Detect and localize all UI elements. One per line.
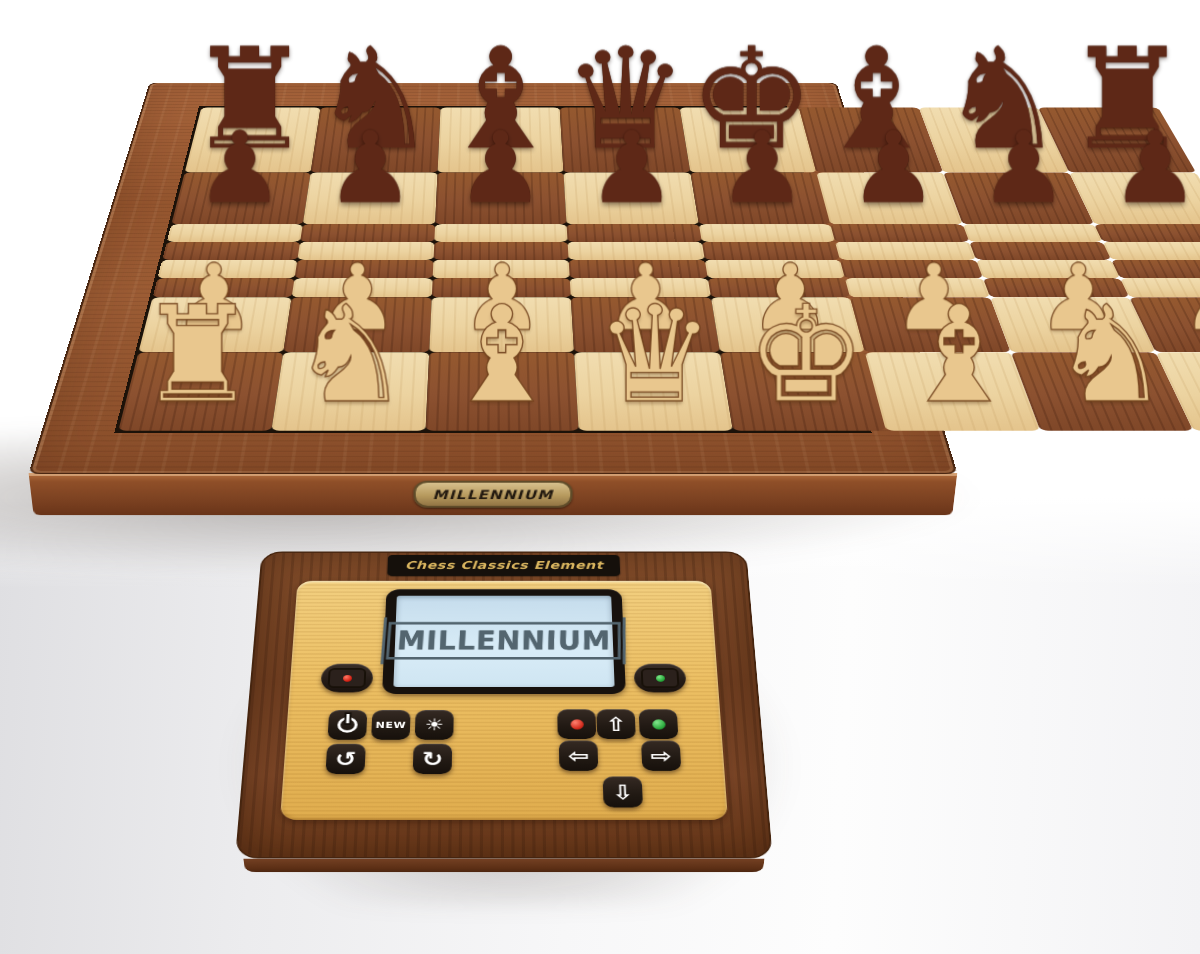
piece-white-pawn-h2[interactable]: ♟ [1181, 255, 1200, 340]
piece-black-pawn-g7[interactable]: ♟ [980, 123, 1069, 214]
piece-white-knight-g1[interactable]: ♞ [1051, 294, 1171, 417]
console-front-edge [243, 859, 764, 873]
square-e6[interactable] [699, 224, 836, 242]
piece-white-king-e1[interactable]: ♚ [747, 294, 867, 417]
square-b6[interactable] [301, 224, 436, 242]
product-scene: ♜♞♝♛♚♝♞♜♟♟♟♟♟♟♟♟♟♟♟♟♟♟♟♟♜♞♝♛♚♝♞♜ MILLENN… [0, 0, 1200, 954]
piece-white-knight-b1[interactable]: ♞ [290, 294, 410, 417]
square-c6[interactable] [434, 224, 568, 242]
square-a6[interactable] [167, 224, 303, 242]
square-h6[interactable] [1094, 224, 1200, 242]
board-squares: ♜♞♝♛♚♝♞♜♟♟♟♟♟♟♟♟♟♟♟♟♟♟♟♟♜♞♝♛♚♝♞♜ [114, 106, 871, 432]
square-b1[interactable]: ♞ [272, 352, 429, 430]
square-c7[interactable]: ♟ [435, 172, 567, 224]
piece-black-pawn-h7[interactable]: ♟ [1110, 123, 1199, 214]
piece-black-pawn-d7[interactable]: ♟ [587, 123, 676, 214]
square-f1[interactable]: ♝ [865, 352, 1040, 430]
square-f6[interactable] [831, 224, 969, 242]
square-d7[interactable]: ♟ [564, 172, 699, 224]
square-g6[interactable] [963, 224, 1103, 242]
square-e1[interactable]: ♚ [720, 352, 887, 430]
piece-black-pawn-a7[interactable]: ♟ [195, 123, 284, 214]
piece-black-pawn-c7[interactable]: ♟ [457, 123, 546, 214]
piece-white-bishop-f1[interactable]: ♝ [899, 294, 1019, 417]
piece-black-pawn-f7[interactable]: ♟ [849, 123, 938, 214]
piece-black-pawn-b7[interactable]: ♟ [326, 123, 415, 214]
piece-white-queen-d1[interactable]: ♛ [595, 294, 715, 417]
square-a7[interactable]: ♟ [171, 172, 311, 224]
console-model-label: Chess Classics Element [387, 555, 620, 576]
square-d1[interactable]: ♛ [575, 352, 733, 430]
brand-plate-text: MILLENNIUM [432, 487, 553, 501]
piece-white-rook-a1[interactable]: ♜ [138, 294, 258, 417]
square-d6[interactable] [567, 224, 702, 242]
square-b7[interactable]: ♟ [303, 172, 437, 224]
square-a1[interactable]: ♜ [118, 352, 284, 430]
brand-plate: MILLENNIUM [413, 481, 573, 508]
square-g1[interactable]: ♞ [1011, 352, 1194, 430]
millennium-logo: MILLENNIUM [386, 622, 621, 660]
square-c1[interactable]: ♝ [426, 352, 580, 430]
chess-computer-console: Chess Classics Element MILLENNIUM NEW ☀ [235, 551, 773, 858]
piece-black-pawn-e7[interactable]: ♟ [718, 123, 807, 214]
lcd-display: MILLENNIUM [382, 589, 626, 694]
square-e7[interactable]: ♟ [690, 172, 830, 224]
down-button[interactable]: ⇩ [603, 776, 643, 807]
chess-board: ♜♞♝♛♚♝♞♜♟♟♟♟♟♟♟♟♟♟♟♟♟♟♟♟♜♞♝♛♚♝♞♜ MILLENN… [28, 83, 958, 475]
board-front-edge: MILLENNIUM [29, 473, 958, 515]
board-frame: ♜♞♝♛♚♝♞♜♟♟♟♟♟♟♟♟♟♟♟♟♟♟♟♟♜♞♝♛♚♝♞♜ MILLENN… [28, 83, 958, 475]
piece-white-bishop-c1[interactable]: ♝ [442, 294, 562, 417]
square-g7[interactable]: ♟ [943, 172, 1094, 224]
new-game-label: NEW [375, 720, 406, 730]
square-f7[interactable]: ♟ [817, 172, 963, 224]
lcd-screen: MILLENNIUM [393, 596, 614, 687]
